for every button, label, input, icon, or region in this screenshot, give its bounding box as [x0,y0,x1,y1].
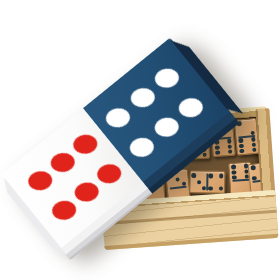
lid-pip-red [72,133,98,154]
tile-pip [252,147,257,152]
tile-pip [238,138,243,143]
tile-pip [219,174,224,179]
tile-pip [251,142,256,147]
tile-half [190,171,207,192]
tile-pip [215,145,220,150]
lid-pip-red [73,181,99,202]
lid-pip-white [153,116,179,137]
tile-half [236,136,259,155]
tile-divider [206,174,208,191]
lid-pip-white [129,87,155,108]
tile-pip [228,149,233,154]
tile-pip [208,186,213,191]
tile-pip [227,144,232,149]
lid-pip-red [96,163,122,184]
domino-tile [189,170,225,194]
tile-pip [209,174,214,179]
tile-pip [215,150,220,155]
tile-pip [175,177,180,182]
lid-pip-white [129,136,155,157]
lid-pip-red [51,199,77,220]
tile-pip [251,137,256,142]
lid-pip-red [27,170,53,191]
lid-pip-white [178,96,204,117]
tile-pip [227,139,232,144]
tile-pip [251,166,256,171]
product-photo-dominoes-box [0,0,280,280]
lid-pip-white [105,106,131,127]
tile-pip [239,143,244,148]
tile-pip [219,186,224,191]
lid-pip-white [154,67,180,88]
tile-pip [202,186,207,191]
tile-pip [197,180,202,185]
lid-pip-red [49,152,75,173]
tile-half [207,172,224,193]
tile-pip [231,170,236,175]
tile-pip [192,173,197,178]
tile-pip [202,152,207,157]
tile-pip [231,165,236,170]
tile-pip [239,148,244,153]
